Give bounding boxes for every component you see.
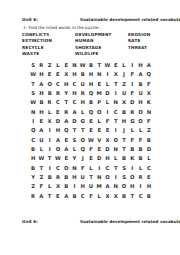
grid-cell: M: [95, 89, 103, 98]
grid-cell: N: [70, 61, 78, 70]
grid-cell: N: [70, 164, 78, 173]
grid-cell: W: [54, 154, 62, 163]
grid-cell: I: [136, 182, 144, 191]
grid-cell: U: [79, 80, 87, 89]
grid-cell: T: [87, 173, 95, 182]
grid-cell: L: [136, 126, 144, 135]
grid-cell: I: [103, 108, 111, 117]
grid-cell: U: [79, 173, 87, 182]
word-list-item: WILDLIFE: [75, 51, 128, 57]
grid-cell: T: [46, 154, 54, 163]
grid-cell: K: [128, 154, 136, 163]
grid-cell: D: [145, 145, 153, 154]
word-list-item: THREAT: [128, 45, 175, 51]
grid-cell: I: [112, 126, 120, 135]
grid-cell: T: [112, 80, 120, 89]
grid-cell: E: [95, 80, 103, 89]
grid-cell: N: [95, 173, 103, 182]
grid-cell: A: [37, 80, 45, 89]
grid-cell: B: [62, 173, 70, 182]
word-search-grid: SRZLENWBTWELIHAWHEEXHBHNIXJFAQTAOCHCUHEL…: [29, 61, 153, 201]
grid-cell: F: [145, 80, 153, 89]
grid-cell: F: [87, 145, 95, 154]
grid-cell: N: [29, 108, 37, 117]
grid-cell: E: [37, 117, 45, 126]
grid-cell: H: [128, 182, 136, 191]
grid-cell: U: [87, 182, 95, 191]
grid-cell: E: [54, 192, 62, 201]
grid-cell: Q: [79, 145, 87, 154]
grid-cell: H: [136, 98, 144, 107]
grid-cell: Z: [145, 126, 153, 135]
grid-cell: O: [79, 136, 87, 145]
grid-cell: N: [95, 70, 103, 79]
grid-cell: Z: [120, 80, 128, 89]
footer-title: Sustainable development related vocabula…: [80, 219, 180, 224]
grid-cell: H: [87, 70, 95, 79]
grid-cell: O: [112, 136, 120, 145]
grid-cell: B: [87, 61, 95, 70]
grid-cell: A: [145, 61, 153, 70]
grid-cell: O: [136, 117, 144, 126]
grid-cell: I: [128, 80, 136, 89]
grid-cell: F: [145, 117, 153, 126]
word-list: CONFLICTSEXTINCTIONRECYCLEWASTEDEVELOPME…: [22, 32, 175, 58]
grid-cell: T: [120, 145, 128, 154]
grid-cell: J: [120, 126, 128, 135]
grid-cell: G: [79, 117, 87, 126]
grid-cell: O: [54, 145, 62, 154]
grid-cell: A: [62, 145, 70, 154]
grid-cell: I: [46, 126, 54, 135]
grid-cell: W: [29, 98, 37, 107]
grid-cell: T: [29, 80, 37, 89]
grid-cell: T: [70, 126, 78, 135]
grid-cell: F: [37, 182, 45, 191]
grid-cell: C: [54, 80, 62, 89]
grid-cell: U: [136, 89, 144, 98]
grid-cell: L: [79, 108, 87, 117]
grid-cell: E: [112, 61, 120, 70]
grid-cell: C: [103, 164, 111, 173]
grid-cell: C: [70, 98, 78, 107]
grid-cell: D: [95, 154, 103, 163]
grid-cell: B: [136, 80, 144, 89]
grid-cell: T: [62, 98, 70, 107]
grid-cell: B: [120, 108, 128, 117]
word-list-item: WASTE: [22, 51, 75, 57]
grid-cell: X: [103, 192, 111, 201]
grid-cell: I: [112, 173, 120, 182]
grid-cell: Z: [29, 182, 37, 191]
grid-cell: A: [37, 126, 45, 135]
grid-cell: O: [46, 80, 54, 89]
grid-cell: H: [145, 182, 153, 191]
grid-cell: B: [62, 182, 70, 191]
grid-cell: D: [70, 117, 78, 126]
grid-cell: H: [37, 70, 45, 79]
grid-cell: I: [46, 145, 54, 154]
grid-cell: L: [46, 182, 54, 191]
grid-cell: O: [128, 173, 136, 182]
grid-cell: Z: [46, 61, 54, 70]
grid-cell: U: [120, 89, 128, 98]
grid-cell: X: [62, 70, 70, 79]
instruction-text: 1- Find the listed words in the puzzle :: [23, 25, 101, 30]
grid-cell: S: [120, 164, 128, 173]
grid-cell: S: [29, 61, 37, 70]
grid-cell: H: [37, 108, 45, 117]
header-unit-label: Unit 6:: [22, 17, 38, 22]
grid-cell: F: [87, 192, 95, 201]
grid-cell: H: [103, 154, 111, 163]
grid-cell: E: [87, 154, 95, 163]
grid-cell: U: [37, 136, 45, 145]
grid-cell: A: [54, 136, 62, 145]
grid-cell: B: [87, 98, 95, 107]
grid-cell: Q: [62, 126, 70, 135]
grid-cell: X: [103, 136, 111, 145]
grid-cell: L: [103, 80, 111, 89]
grid-cell: Q: [87, 108, 95, 117]
grid-cell: J: [79, 154, 87, 163]
grid-cell: Q: [87, 89, 95, 98]
grid-cell: H: [62, 80, 70, 89]
grid-cell: E: [87, 126, 95, 135]
grid-cell: L: [136, 164, 144, 173]
grid-cell: L: [37, 145, 45, 154]
grid-cell: E: [54, 108, 62, 117]
grid-cell: O: [95, 108, 103, 117]
grid-cell: B: [37, 98, 45, 107]
grid-cell: L: [70, 145, 78, 154]
grid-cell: B: [136, 145, 144, 154]
grid-cell: E: [62, 61, 70, 70]
grid-cell: S: [70, 136, 78, 145]
grid-cell: Y: [70, 154, 78, 163]
grid-cell: E: [103, 126, 111, 135]
grid-cell: H: [29, 154, 37, 163]
grid-cell: E: [54, 70, 62, 79]
grid-cell: D: [128, 98, 136, 107]
grid-cell: D: [54, 117, 62, 126]
grid-cell: A: [103, 182, 111, 191]
grid-cell: W: [87, 136, 95, 145]
grid-cell: F: [103, 117, 111, 126]
grid-cell: B: [46, 173, 54, 182]
grid-cell: D: [103, 89, 111, 98]
grid-cell: E: [62, 154, 70, 163]
grid-cell: N: [112, 145, 120, 154]
grid-cell: Z: [37, 173, 45, 182]
grid-cell: L: [54, 61, 62, 70]
grid-cell: X: [112, 192, 120, 201]
grid-cell: T: [128, 192, 136, 201]
grid-cell: F: [128, 89, 136, 98]
grid-cell: S: [120, 173, 128, 182]
grid-cell: E: [95, 145, 103, 154]
grid-cell: H: [70, 70, 78, 79]
grid-cell: R: [128, 108, 136, 117]
grid-cell: X: [120, 98, 128, 107]
grid-cell: C: [70, 80, 78, 89]
grid-cell: F: [128, 136, 136, 145]
grid-cell: B: [120, 192, 128, 201]
grid-cell: C: [54, 98, 62, 107]
grid-cell: B: [120, 154, 128, 163]
grid-cell: H: [120, 117, 128, 126]
grid-cell: Q: [145, 70, 153, 79]
grid-cell: L: [95, 117, 103, 126]
grid-cell: R: [62, 108, 70, 117]
grid-cell: T: [95, 61, 103, 70]
grid-cell: B: [128, 145, 136, 154]
grid-cell: I: [29, 117, 37, 126]
grid-cell: W: [37, 154, 45, 163]
grid-cell: R: [136, 173, 144, 182]
grid-cell: L: [87, 164, 95, 173]
grid-cell: L: [145, 154, 153, 163]
grid-cell: C: [145, 164, 153, 173]
grid-cell: O: [103, 173, 111, 182]
grid-cell: B: [79, 70, 87, 79]
grid-cell: T: [120, 136, 128, 145]
grid-cell: T: [37, 164, 45, 173]
grid-cell: H: [79, 98, 87, 107]
grid-cell: A: [37, 192, 45, 201]
grid-cell: R: [29, 192, 37, 201]
grid-cell: L: [120, 61, 128, 70]
grid-cell: T: [79, 126, 87, 135]
grid-cell: V: [95, 136, 103, 145]
grid-cell: R: [37, 61, 45, 70]
grid-cell: L: [95, 192, 103, 201]
grid-cell: M: [95, 182, 103, 191]
grid-cell: I: [70, 182, 78, 191]
grid-cell: X: [46, 117, 54, 126]
grid-cell: O: [62, 164, 70, 173]
grid-cell: X: [54, 182, 62, 191]
grid-cell: E: [62, 136, 70, 145]
grid-cell: E: [46, 70, 54, 79]
grid-cell: K: [145, 98, 153, 107]
grid-cell: H: [87, 80, 95, 89]
grid-cell: L: [103, 98, 111, 107]
grid-cell: P: [95, 98, 103, 107]
grid-cell: W: [103, 61, 111, 70]
grid-cell: X: [145, 89, 153, 98]
grid-cell: H: [37, 89, 45, 98]
grid-cell: S: [29, 89, 37, 98]
grid-cell: O: [120, 182, 128, 191]
grid-cell: I: [128, 61, 136, 70]
grid-cell: Y: [62, 89, 70, 98]
grid-cell: L: [112, 154, 120, 163]
grid-cell: R: [79, 89, 87, 98]
grid-cell: C: [79, 192, 87, 201]
grid-cell: C: [54, 164, 62, 173]
worksheet-page: Unit 6: Sustainable development related …: [0, 0, 180, 255]
grid-cell: I: [95, 164, 103, 173]
grid-cell: J: [120, 70, 128, 79]
grid-cell: Q: [29, 126, 37, 135]
grid-cell: L: [46, 108, 54, 117]
grid-cell: N: [112, 98, 120, 107]
grid-cell: B: [145, 136, 153, 145]
grid-cell: C: [112, 108, 120, 117]
grid-cell: B: [70, 192, 78, 201]
grid-cell: W: [29, 70, 37, 79]
grid-cell: B: [46, 89, 54, 98]
grid-cell: B: [29, 145, 37, 154]
grid-cell: H: [70, 173, 78, 182]
grid-cell: C: [136, 192, 144, 201]
grid-cell: H: [136, 61, 144, 70]
grid-cell: G: [128, 117, 136, 126]
grid-cell: Y: [29, 173, 37, 182]
grid-cell: N: [145, 108, 153, 117]
grid-cell: A: [62, 117, 70, 126]
grid-cell: I: [46, 164, 54, 173]
grid-cell: I: [112, 89, 120, 98]
grid-cell: I: [128, 164, 136, 173]
grid-cell: L: [128, 126, 136, 135]
grid-cell: R: [54, 173, 62, 182]
grid-cell: X: [112, 70, 120, 79]
grid-cell: A: [62, 192, 70, 201]
grid-cell: E: [95, 126, 103, 135]
grid-cell: H: [79, 182, 87, 191]
grid-cell: B: [145, 192, 153, 201]
grid-cell: F: [79, 164, 87, 173]
grid-cell: B: [29, 164, 37, 173]
grid-cell: A: [136, 70, 144, 79]
grid-cell: H: [54, 126, 62, 135]
grid-cell: T: [46, 192, 54, 201]
grid-cell: A: [70, 108, 78, 117]
grid-cell: T: [112, 164, 120, 173]
header-title: Sustainable development related vocabula…: [80, 17, 180, 22]
grid-cell: C: [29, 136, 37, 145]
grid-cell: H: [70, 89, 78, 98]
grid-cell: F: [128, 70, 136, 79]
grid-cell: B: [136, 154, 144, 163]
grid-cell: R: [46, 98, 54, 107]
grid-cell: E: [145, 173, 153, 182]
grid-cell: O: [136, 108, 144, 117]
grid-cell: E: [87, 117, 95, 126]
grid-cell: R: [54, 89, 62, 98]
grid-cell: W: [79, 61, 87, 70]
grid-cell: I: [103, 70, 111, 79]
grid-cell: T: [112, 117, 120, 126]
grid-cell: N: [112, 182, 120, 191]
footer-unit-label: Unit 6:: [22, 219, 38, 224]
grid-cell: I: [46, 136, 54, 145]
grid-cell: D: [103, 145, 111, 154]
grid-cell: F: [136, 136, 144, 145]
